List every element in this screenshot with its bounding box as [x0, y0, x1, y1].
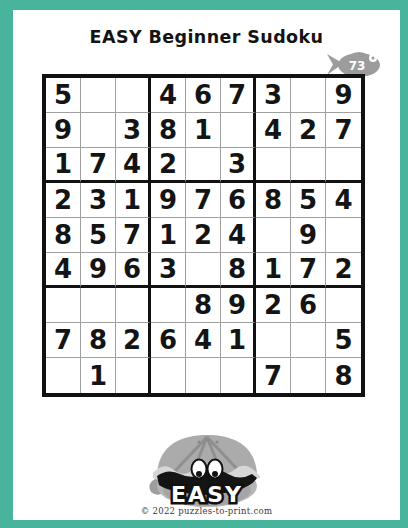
cell-r8c5: 4 [186, 323, 221, 358]
cell-r2c5: 1 [186, 113, 221, 148]
cell-r7c7: 2 [256, 288, 291, 323]
cell-r5c4: 1 [151, 218, 186, 253]
cell-r5c9[interactable] [326, 218, 361, 253]
difficulty-label: EASY [171, 482, 243, 507]
cell-r4c4: 9 [151, 183, 186, 218]
cell-r2c6[interactable] [221, 113, 256, 148]
cell-r3c5[interactable] [186, 148, 221, 183]
cell-r4c7: 8 [256, 183, 291, 218]
cell-r9c7: 7 [256, 358, 291, 393]
cell-r1c2[interactable] [81, 78, 116, 113]
cell-r8c4: 6 [151, 323, 186, 358]
printable-page: EASY Beginner Sudoku 73 5467399381427174… [13, 10, 400, 520]
cell-r3c7[interactable] [256, 148, 291, 183]
cell-r1c1: 5 [46, 78, 81, 113]
cell-r5c8: 9 [291, 218, 326, 253]
cell-r6c1: 4 [46, 253, 81, 288]
cell-r5c1: 8 [46, 218, 81, 253]
cell-r6c2: 9 [81, 253, 116, 288]
cell-r4c1: 2 [46, 183, 81, 218]
cell-r7c5: 8 [186, 288, 221, 323]
cell-r5c7[interactable] [256, 218, 291, 253]
cell-r2c9: 7 [326, 113, 361, 148]
cell-r7c1[interactable] [46, 288, 81, 323]
cell-r5c3: 7 [116, 218, 151, 253]
cell-r8c2: 8 [81, 323, 116, 358]
cell-r4c9: 4 [326, 183, 361, 218]
cell-r5c5: 2 [186, 218, 221, 253]
cell-r6c8: 7 [291, 253, 326, 288]
cell-r7c9[interactable] [326, 288, 361, 323]
cell-r6c5[interactable] [186, 253, 221, 288]
cell-r2c4: 8 [151, 113, 186, 148]
page-title: EASY Beginner Sudoku [13, 27, 400, 47]
sudoku-print-page: { "game": "sudoku", "position": "5004673… [0, 0, 408, 528]
cell-r8c7[interactable] [256, 323, 291, 358]
cell-r3c1: 1 [46, 148, 81, 183]
cell-r1c7: 3 [256, 78, 291, 113]
cell-r9c5[interactable] [186, 358, 221, 393]
cell-r6c7: 1 [256, 253, 291, 288]
cell-r2c1: 9 [46, 113, 81, 148]
cell-r4c5: 7 [186, 183, 221, 218]
cell-r8c1: 7 [46, 323, 81, 358]
cell-r2c8: 2 [291, 113, 326, 148]
sudoku-board: 5467399381427174232319768548571249496381… [42, 74, 365, 397]
cell-r1c5: 6 [186, 78, 221, 113]
cell-r6c3: 6 [116, 253, 151, 288]
cell-r7c8: 6 [291, 288, 326, 323]
fish-puzzle-number: 73 [349, 59, 366, 73]
cell-r8c9: 5 [326, 323, 361, 358]
cell-r3c8[interactable] [291, 148, 326, 183]
cell-r7c6: 9 [221, 288, 256, 323]
cell-r6c9: 2 [326, 253, 361, 288]
cell-r1c4: 4 [151, 78, 186, 113]
clam-mascot: EASY EASY [147, 426, 267, 510]
cell-r9c1[interactable] [46, 358, 81, 393]
cell-r7c3[interactable] [116, 288, 151, 323]
cell-r6c4: 3 [151, 253, 186, 288]
cell-r3c3: 4 [116, 148, 151, 183]
cell-r9c6[interactable] [221, 358, 256, 393]
cell-r1c8[interactable] [291, 78, 326, 113]
cell-r2c3: 3 [116, 113, 151, 148]
cell-r3c9[interactable] [326, 148, 361, 183]
cell-r3c4: 2 [151, 148, 186, 183]
cell-r9c4[interactable] [151, 358, 186, 393]
cell-r3c2: 7 [81, 148, 116, 183]
cell-r8c8[interactable] [291, 323, 326, 358]
cell-r9c8[interactable] [291, 358, 326, 393]
cell-r4c8: 5 [291, 183, 326, 218]
cell-r2c7: 4 [256, 113, 291, 148]
cell-r5c2: 5 [81, 218, 116, 253]
cell-r9c9: 8 [326, 358, 361, 393]
cell-r1c9: 9 [326, 78, 361, 113]
cell-r1c3[interactable] [116, 78, 151, 113]
cell-r2c2[interactable] [81, 113, 116, 148]
cell-r8c6: 1 [221, 323, 256, 358]
cell-r8c3: 2 [116, 323, 151, 358]
cell-r6c6: 8 [221, 253, 256, 288]
cell-r4c2: 3 [81, 183, 116, 218]
cell-r9c3[interactable] [116, 358, 151, 393]
cell-r4c6: 6 [221, 183, 256, 218]
cell-r7c2[interactable] [81, 288, 116, 323]
copyright-text: © 2022 puzzles-to-print.com [13, 506, 400, 516]
cell-r3c6: 3 [221, 148, 256, 183]
cell-r5c6: 4 [221, 218, 256, 253]
cell-r9c2: 1 [81, 358, 116, 393]
cell-r4c3: 1 [116, 183, 151, 218]
cell-r1c6: 7 [221, 78, 256, 113]
cell-r7c4[interactable] [151, 288, 186, 323]
